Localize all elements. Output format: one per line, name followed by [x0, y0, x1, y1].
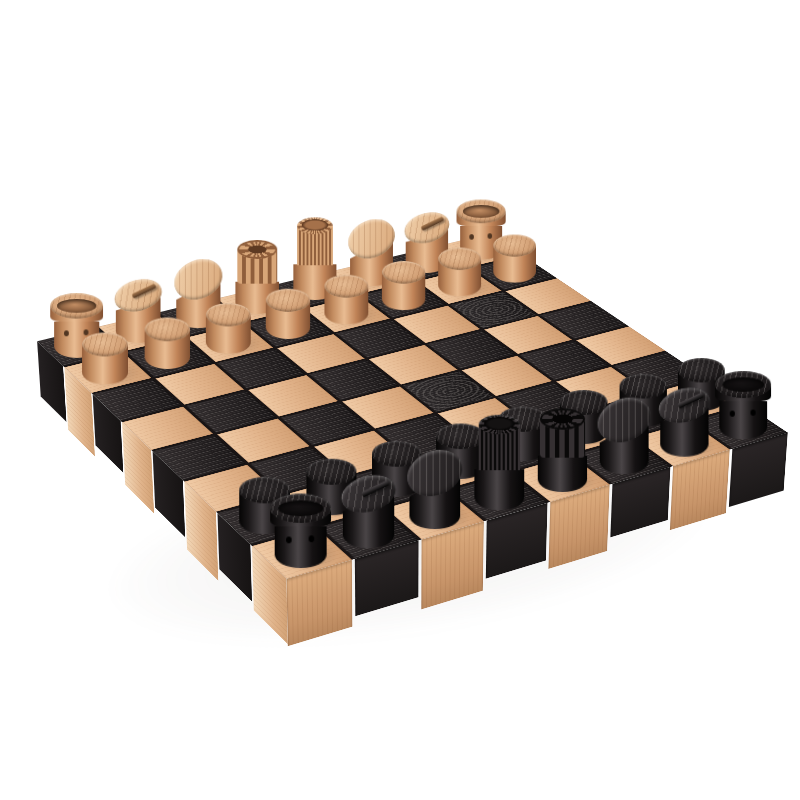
square-d5[interactable]	[342, 386, 433, 428]
chess-board: ♜♞♝♚♛♝♞♜♟♟♟♟♟♟♟♟♙♙♙♙♙♙♙♙♖♘♗♕♔♗♘♖	[37, 233, 788, 578]
square-c5[interactable]	[280, 402, 372, 445]
product-photo-scene: ♜♞♝♚♛♝♞♜♟♟♟♟♟♟♟♟♙♙♙♙♙♙♙♙♖♘♗♕♔♗♘♖	[0, 0, 800, 800]
square-b4[interactable]	[185, 390, 275, 432]
square-b5[interactable]	[217, 418, 310, 462]
